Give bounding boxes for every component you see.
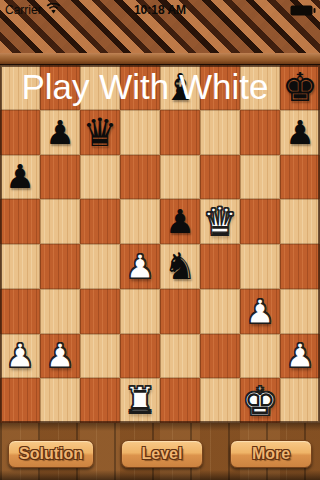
- square-g3[interactable]: ♟: [240, 289, 280, 334]
- square-h8[interactable]: ♚: [280, 65, 320, 110]
- square-a6[interactable]: ♟: [0, 155, 40, 200]
- square-h2[interactable]: ♟: [280, 334, 320, 379]
- black-knight-e4[interactable]: ♞: [163, 248, 196, 285]
- square-b3[interactable]: [40, 289, 80, 334]
- square-h4[interactable]: [280, 244, 320, 289]
- square-c3[interactable]: [80, 289, 120, 334]
- square-g5[interactable]: [240, 199, 280, 244]
- square-f1[interactable]: [200, 378, 240, 423]
- black-pawn-e5[interactable]: ♟: [165, 205, 195, 238]
- square-c5[interactable]: [80, 199, 120, 244]
- black-pawn-b7[interactable]: ♟: [45, 116, 75, 149]
- white-rook-d1[interactable]: ♜: [123, 382, 156, 419]
- white-pawn-b2[interactable]: ♟: [45, 339, 75, 372]
- square-a7[interactable]: [0, 110, 40, 155]
- square-d8[interactable]: [120, 65, 160, 110]
- square-f5[interactable]: ♛: [200, 199, 240, 244]
- more-button[interactable]: More: [230, 440, 312, 468]
- square-e7[interactable]: [160, 110, 200, 155]
- square-a5[interactable]: [0, 199, 40, 244]
- square-b7[interactable]: ♟: [40, 110, 80, 155]
- square-a2[interactable]: ♟: [0, 334, 40, 379]
- black-pawn-h7[interactable]: ♟: [285, 116, 315, 149]
- square-e1[interactable]: [160, 378, 200, 423]
- square-h6[interactable]: [280, 155, 320, 200]
- black-king-h8[interactable]: ♚: [282, 67, 318, 107]
- square-b6[interactable]: [40, 155, 80, 200]
- square-f3[interactable]: [200, 289, 240, 334]
- square-d7[interactable]: [120, 110, 160, 155]
- black-bishop-e8[interactable]: ♝: [163, 69, 196, 106]
- square-g2[interactable]: [240, 334, 280, 379]
- square-e3[interactable]: [160, 289, 200, 334]
- square-f7[interactable]: [200, 110, 240, 155]
- square-e6[interactable]: [160, 155, 200, 200]
- square-c2[interactable]: [80, 334, 120, 379]
- square-a4[interactable]: [0, 244, 40, 289]
- square-g8[interactable]: [240, 65, 280, 110]
- square-d3[interactable]: [120, 289, 160, 334]
- app-screen: Carrier 10:18 AM ♝♚♟♛♟♟♟♛♟♞♟♟♟♟♜♚ Play W…: [0, 0, 320, 480]
- square-d4[interactable]: ♟: [120, 244, 160, 289]
- square-b2[interactable]: ♟: [40, 334, 80, 379]
- square-d2[interactable]: [120, 334, 160, 379]
- battery-icon: [290, 5, 316, 19]
- white-pawn-a2[interactable]: ♟: [5, 339, 35, 372]
- white-pawn-g3[interactable]: ♟: [245, 295, 275, 328]
- square-a1[interactable]: [0, 378, 40, 423]
- square-g1[interactable]: ♚: [240, 378, 280, 423]
- square-b8[interactable]: [40, 65, 80, 110]
- square-d1[interactable]: ♜: [120, 378, 160, 423]
- black-queen-c7[interactable]: ♛: [83, 113, 118, 152]
- square-g6[interactable]: [240, 155, 280, 200]
- wood-rail: [0, 53, 320, 65]
- square-c1[interactable]: [80, 378, 120, 423]
- bottom-toolbar: Solution Level More: [0, 440, 320, 468]
- square-c8[interactable]: [80, 65, 120, 110]
- wifi-icon: [46, 3, 61, 17]
- square-e8[interactable]: ♝: [160, 65, 200, 110]
- white-king-g1[interactable]: ♚: [242, 381, 278, 421]
- square-h1[interactable]: [280, 378, 320, 423]
- level-button[interactable]: Level: [121, 440, 203, 468]
- square-c4[interactable]: [80, 244, 120, 289]
- square-f2[interactable]: [200, 334, 240, 379]
- square-e5[interactable]: ♟: [160, 199, 200, 244]
- black-pawn-a6[interactable]: ♟: [5, 160, 35, 193]
- white-queen-f5[interactable]: ♛: [203, 202, 238, 241]
- square-f8[interactable]: [200, 65, 240, 110]
- square-f4[interactable]: [200, 244, 240, 289]
- square-h3[interactable]: [280, 289, 320, 334]
- status-bar: Carrier 10:18 AM: [0, 0, 320, 20]
- white-pawn-h2[interactable]: ♟: [285, 339, 315, 372]
- square-c7[interactable]: ♛: [80, 110, 120, 155]
- square-e4[interactable]: ♞: [160, 244, 200, 289]
- chess-board[interactable]: ♝♚♟♛♟♟♟♛♟♞♟♟♟♟♜♚: [0, 65, 320, 423]
- square-c6[interactable]: [80, 155, 120, 200]
- square-g4[interactable]: [240, 244, 280, 289]
- carrier-label: Carrier: [5, 3, 42, 17]
- square-h7[interactable]: ♟: [280, 110, 320, 155]
- white-pawn-d4[interactable]: ♟: [125, 250, 155, 283]
- square-b5[interactable]: [40, 199, 80, 244]
- square-a8[interactable]: [0, 65, 40, 110]
- solution-button[interactable]: Solution: [8, 440, 94, 468]
- square-h5[interactable]: [280, 199, 320, 244]
- square-d6[interactable]: [120, 155, 160, 200]
- square-b1[interactable]: [40, 378, 80, 423]
- square-g7[interactable]: [240, 110, 280, 155]
- square-e2[interactable]: [160, 334, 200, 379]
- square-d5[interactable]: [120, 199, 160, 244]
- square-f6[interactable]: [200, 155, 240, 200]
- square-a3[interactable]: [0, 289, 40, 334]
- square-b4[interactable]: [40, 244, 80, 289]
